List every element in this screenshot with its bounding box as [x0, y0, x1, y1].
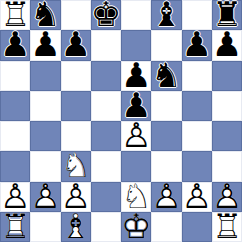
square-d3[interactable] — [91, 151, 121, 181]
square-h7[interactable]: ♟ — [212, 30, 242, 60]
piece-fill-glyph: ♟ — [212, 28, 242, 62]
piece-outline-glyph: ♖ — [212, 209, 242, 242]
piece-fill-glyph: ♝ — [60, 209, 90, 242]
square-g2[interactable]: ♟♙ — [182, 182, 212, 212]
square-e4[interactable]: ♟♙ — [121, 121, 151, 151]
white-bishop[interactable]: ♝♗ — [61, 212, 91, 242]
black-pawn[interactable]: ♟ — [121, 61, 151, 91]
square-a8[interactable]: ♜♖ — [0, 0, 30, 30]
square-e5[interactable]: ♟ — [121, 91, 151, 121]
piece-outline-glyph: ♙ — [30, 179, 60, 213]
black-king[interactable]: ♚ — [91, 0, 121, 30]
piece-fill-glyph: ♚ — [91, 0, 121, 31]
black-knight[interactable]: ♞ — [151, 61, 181, 91]
square-f1[interactable] — [151, 212, 181, 242]
square-a4[interactable] — [0, 121, 30, 151]
piece-fill-glyph: ♟ — [121, 118, 151, 152]
square-e6[interactable]: ♟ — [121, 61, 151, 91]
white-rook[interactable]: ♜♖ — [0, 212, 30, 242]
square-d1[interactable] — [91, 212, 121, 242]
white-pawn[interactable]: ♟♙ — [151, 182, 181, 212]
square-e8[interactable] — [121, 0, 151, 30]
square-c6[interactable] — [61, 61, 91, 91]
square-a2[interactable]: ♟♙ — [0, 182, 30, 212]
square-g4[interactable] — [182, 121, 212, 151]
piece-fill-glyph: ♝ — [151, 0, 181, 31]
square-b8[interactable]: ♞ — [30, 0, 60, 30]
black-pawn[interactable]: ♟ — [212, 30, 242, 60]
square-g7[interactable]: ♟ — [182, 30, 212, 60]
piece-fill-glyph: ♞ — [30, 0, 60, 31]
piece-fill-glyph: ♟ — [181, 179, 211, 213]
white-pawn[interactable]: ♟♙ — [212, 182, 242, 212]
square-h1[interactable]: ♜♖ — [212, 212, 242, 242]
white-knight[interactable]: ♞♘ — [121, 182, 151, 212]
piece-outline-glyph: ♙ — [212, 179, 242, 213]
piece-fill-glyph: ♜ — [212, 209, 242, 242]
square-f8[interactable]: ♝ — [151, 0, 181, 30]
square-h4[interactable] — [212, 121, 242, 151]
square-f3[interactable] — [151, 151, 181, 181]
square-d7[interactable] — [91, 30, 121, 60]
square-c3[interactable]: ♞♘ — [61, 151, 91, 181]
black-bishop[interactable]: ♝ — [151, 0, 181, 30]
piece-fill-glyph: ♟ — [121, 88, 151, 122]
square-h5[interactable] — [212, 91, 242, 121]
black-knight[interactable]: ♞ — [30, 0, 60, 30]
piece-fill-glyph: ♟ — [30, 28, 60, 62]
square-b5[interactable] — [30, 91, 60, 121]
square-d6[interactable] — [91, 61, 121, 91]
piece-fill-glyph: ♜ — [0, 0, 30, 31]
square-c2[interactable]: ♟♙ — [61, 182, 91, 212]
square-f5[interactable] — [151, 91, 181, 121]
piece-outline-glyph: ♘ — [121, 179, 151, 213]
square-a1[interactable]: ♜♖ — [0, 212, 30, 242]
square-a7[interactable]: ♟ — [0, 30, 30, 60]
piece-fill-glyph: ♟ — [212, 179, 242, 213]
square-e2[interactable]: ♞♘ — [121, 182, 151, 212]
square-g5[interactable] — [182, 91, 212, 121]
piece-outline-glyph: ♔ — [121, 209, 151, 242]
square-h6[interactable] — [212, 61, 242, 91]
piece-outline-glyph: ♙ — [151, 179, 181, 213]
white-pawn[interactable]: ♟♙ — [182, 182, 212, 212]
white-king[interactable]: ♚♔ — [121, 212, 151, 242]
square-b3[interactable] — [30, 151, 60, 181]
square-b2[interactable]: ♟♙ — [30, 182, 60, 212]
piece-outline-glyph: ♘ — [60, 149, 90, 183]
square-f4[interactable] — [151, 121, 181, 151]
square-e7[interactable] — [121, 30, 151, 60]
square-e3[interactable] — [121, 151, 151, 181]
piece-fill-glyph: ♜ — [212, 0, 242, 31]
square-g3[interactable] — [182, 151, 212, 181]
square-h8[interactable]: ♜ — [212, 0, 242, 30]
white-rook[interactable]: ♜♖ — [0, 0, 30, 30]
square-c7[interactable]: ♟ — [61, 30, 91, 60]
piece-outline-glyph: ♗ — [60, 209, 90, 242]
white-pawn[interactable]: ♟♙ — [30, 182, 60, 212]
piece-outline-glyph: ♖ — [0, 0, 30, 31]
white-pawn[interactable]: ♟♙ — [121, 121, 151, 151]
piece-fill-glyph: ♟ — [181, 28, 211, 62]
square-g1[interactable] — [182, 212, 212, 242]
square-a5[interactable] — [0, 91, 30, 121]
piece-fill-glyph: ♜ — [0, 209, 30, 242]
piece-fill-glyph: ♟ — [60, 28, 90, 62]
chess-board: ♜♖♞♚♝♜♟♟♟♟♟♟♞♟♟♙♞♘♟♙♟♙♟♙♞♘♟♙♟♙♟♙♜♖♝♗♚♔♜♖ — [0, 0, 242, 242]
piece-fill-glyph: ♞ — [121, 179, 151, 213]
black-pawn[interactable]: ♟ — [121, 91, 151, 121]
square-c8[interactable] — [61, 0, 91, 30]
square-a6[interactable] — [0, 61, 30, 91]
black-rook[interactable]: ♜ — [212, 0, 242, 30]
square-h3[interactable] — [212, 151, 242, 181]
square-h2[interactable]: ♟♙ — [212, 182, 242, 212]
piece-outline-glyph: ♙ — [181, 179, 211, 213]
piece-fill-glyph: ♟ — [60, 179, 90, 213]
square-d2[interactable] — [91, 182, 121, 212]
square-g6[interactable] — [182, 61, 212, 91]
square-b6[interactable] — [30, 61, 60, 91]
piece-fill-glyph: ♟ — [30, 179, 60, 213]
piece-outline-glyph: ♙ — [0, 179, 30, 213]
black-pawn[interactable]: ♟ — [0, 30, 30, 60]
piece-fill-glyph: ♞ — [151, 58, 181, 92]
square-d5[interactable] — [91, 91, 121, 121]
square-b1[interactable] — [30, 212, 60, 242]
piece-fill-glyph: ♞ — [60, 149, 90, 183]
square-f6[interactable]: ♞ — [151, 61, 181, 91]
square-e1[interactable]: ♚♔ — [121, 212, 151, 242]
square-c5[interactable] — [61, 91, 91, 121]
square-b7[interactable]: ♟ — [30, 30, 60, 60]
square-f2[interactable]: ♟♙ — [151, 182, 181, 212]
square-g8[interactable] — [182, 0, 212, 30]
piece-fill-glyph: ♟ — [0, 28, 30, 62]
black-pawn[interactable]: ♟ — [61, 30, 91, 60]
white-rook[interactable]: ♜♖ — [212, 212, 242, 242]
square-c4[interactable] — [61, 121, 91, 151]
piece-fill-glyph: ♚ — [121, 209, 151, 242]
piece-fill-glyph: ♟ — [151, 179, 181, 213]
black-pawn[interactable]: ♟ — [30, 30, 60, 60]
piece-outline-glyph: ♖ — [0, 209, 30, 242]
black-pawn[interactable]: ♟ — [182, 30, 212, 60]
square-d4[interactable] — [91, 121, 121, 151]
white-pawn[interactable]: ♟♙ — [61, 182, 91, 212]
square-f7[interactable] — [151, 30, 181, 60]
white-pawn[interactable]: ♟♙ — [0, 182, 30, 212]
square-d8[interactable]: ♚ — [91, 0, 121, 30]
piece-fill-glyph: ♟ — [121, 58, 151, 92]
piece-outline-glyph: ♙ — [121, 118, 151, 152]
piece-outline-glyph: ♙ — [60, 179, 90, 213]
white-knight[interactable]: ♞♘ — [61, 151, 91, 181]
square-a3[interactable] — [0, 151, 30, 181]
piece-fill-glyph: ♟ — [0, 179, 30, 213]
square-c1[interactable]: ♝♗ — [61, 212, 91, 242]
square-b4[interactable] — [30, 121, 60, 151]
